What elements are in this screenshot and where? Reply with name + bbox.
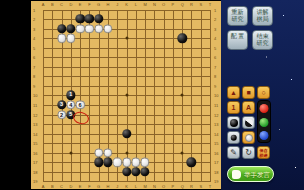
coord-label: 4 bbox=[33, 36, 35, 41]
coord-label: D bbox=[69, 184, 72, 189]
coord-label: 1 bbox=[214, 7, 216, 12]
go-board[interactable]: AABBCCDDEEFFGGHHJJKKLLMMNNOOPPQQRRSSTT11… bbox=[31, 1, 221, 189]
coord-label: S bbox=[199, 184, 202, 189]
coord-label: 4 bbox=[214, 36, 216, 41]
coord-label: 7 bbox=[33, 64, 35, 69]
raise-hand-label: 举手发言 bbox=[243, 167, 271, 181]
stone-black-Q4 bbox=[177, 33, 186, 42]
coord-label: D bbox=[69, 2, 72, 7]
coord-label: 16 bbox=[33, 150, 37, 155]
coord-label: 7 bbox=[214, 64, 216, 69]
move-number: 3 bbox=[57, 100, 66, 109]
grid-line-v bbox=[145, 10, 146, 183]
stone-black-K18 bbox=[122, 167, 131, 176]
stone-white-H3 bbox=[103, 24, 112, 33]
coord-label: 19 bbox=[214, 179, 218, 184]
stone-white-C12: 2 bbox=[57, 110, 66, 119]
stone-white-H16 bbox=[103, 148, 112, 157]
stone-white-D11: 4 bbox=[66, 100, 75, 109]
coord-label: J bbox=[116, 184, 118, 189]
coord-label: G bbox=[97, 2, 100, 7]
coord-label: R bbox=[190, 2, 193, 7]
move-number: 2 bbox=[58, 111, 65, 118]
stone-white-K17 bbox=[122, 158, 131, 167]
coord-label: 15 bbox=[214, 141, 218, 146]
refresh-button[interactable]: ↻ bbox=[242, 146, 255, 159]
end-study-button[interactable]: 结束研究 bbox=[252, 30, 273, 50]
stone-black-D10: 1 bbox=[66, 91, 75, 100]
coord-label: 2 bbox=[33, 17, 35, 22]
letter-marker-button[interactable]: A bbox=[242, 101, 255, 114]
coord-label: S bbox=[199, 2, 202, 7]
coord-label: F bbox=[88, 184, 90, 189]
star-point bbox=[125, 151, 128, 154]
coord-label: T bbox=[209, 2, 211, 7]
raise-hand-button[interactable]: 举手发言 bbox=[227, 166, 274, 182]
coord-label: 18 bbox=[214, 169, 218, 174]
green-light[interactable] bbox=[260, 118, 269, 127]
stone-black-L18 bbox=[131, 167, 140, 176]
stone-black-F2 bbox=[85, 14, 94, 23]
save-kifu-button[interactable]: 保存棋谱 bbox=[257, 146, 270, 159]
stone-white-F3 bbox=[85, 24, 94, 33]
black-stone-button[interactable] bbox=[227, 116, 240, 129]
coord-label: 3 bbox=[33, 26, 35, 31]
coord-label: H bbox=[107, 184, 110, 189]
coord-label: A bbox=[42, 184, 45, 189]
grid-line-v bbox=[210, 10, 211, 183]
coord-label: K bbox=[125, 2, 128, 7]
grid-line-v bbox=[191, 10, 192, 183]
coord-label: 17 bbox=[214, 160, 218, 165]
stone-black-H17 bbox=[103, 158, 112, 167]
grid-line-v bbox=[154, 10, 155, 183]
stone-white-J17 bbox=[113, 158, 122, 167]
coord-label: 2 bbox=[214, 17, 216, 22]
move-number: 6 bbox=[76, 101, 83, 108]
control-panel: 重新研究 讲解棋局 配 置 结束研究 ▲ ■ ○ 1 A ✎ ↻ 保存棋谱 举手… bbox=[221, 0, 304, 190]
coord-label: 12 bbox=[214, 112, 218, 117]
go-app-window: AABBCCDDEEFFGGHHJJKKLLMMNNOOPPQQRRSSTT11… bbox=[0, 0, 304, 190]
coord-label: 10 bbox=[214, 93, 218, 98]
star-point bbox=[181, 94, 184, 97]
stone-black-D3 bbox=[66, 24, 75, 33]
coord-label: T bbox=[209, 184, 211, 189]
coord-label: M bbox=[143, 184, 146, 189]
coord-label: 16 bbox=[214, 150, 218, 155]
coord-label: F bbox=[88, 2, 90, 7]
coord-label: 3 bbox=[214, 26, 216, 31]
coord-label: 5 bbox=[33, 45, 35, 50]
stone-black-G2 bbox=[94, 14, 103, 23]
coord-label: N bbox=[153, 2, 156, 7]
settings-button[interactable]: 配 置 bbox=[227, 30, 248, 50]
coord-label: 12 bbox=[33, 112, 37, 117]
stone-white-D4 bbox=[66, 33, 75, 42]
restudy-button[interactable]: 重新研究 bbox=[227, 6, 248, 26]
stone-white-E11: 6 bbox=[75, 100, 84, 109]
coord-label: M bbox=[143, 2, 146, 7]
alternate-stone-icon bbox=[245, 119, 253, 127]
stone-black-G17 bbox=[94, 158, 103, 167]
coord-label: K bbox=[125, 184, 128, 189]
coord-label: R bbox=[190, 184, 193, 189]
grid-line-v bbox=[136, 10, 137, 183]
grid-line-h bbox=[43, 181, 211, 182]
coord-label: C bbox=[60, 2, 63, 7]
coord-label: 10 bbox=[33, 93, 37, 98]
coord-label: 9 bbox=[214, 83, 216, 88]
coord-label: 17 bbox=[33, 160, 37, 165]
coord-label: E bbox=[79, 184, 82, 189]
coord-label: 11 bbox=[33, 103, 37, 108]
coord-label: P bbox=[172, 184, 175, 189]
coord-label: L bbox=[135, 184, 137, 189]
explain-game-button[interactable]: 讲解棋局 bbox=[252, 6, 273, 26]
coord-label: B bbox=[51, 2, 54, 7]
coord-label: 15 bbox=[33, 141, 37, 146]
coord-label: N bbox=[153, 184, 156, 189]
coord-label: E bbox=[79, 2, 82, 7]
stone-white-G3 bbox=[94, 24, 103, 33]
grid-line-v bbox=[173, 10, 174, 183]
stone-black-M18 bbox=[140, 167, 149, 176]
coord-label: O bbox=[162, 184, 165, 189]
star-point bbox=[69, 151, 72, 154]
stone-black-R17 bbox=[187, 158, 196, 167]
square-marker-button[interactable]: ■ bbox=[242, 86, 255, 99]
coord-label: 6 bbox=[214, 55, 216, 60]
star-point bbox=[125, 94, 128, 97]
coord-label: Q bbox=[181, 184, 184, 189]
grid-line-h bbox=[43, 143, 211, 144]
coord-label: P bbox=[172, 2, 175, 7]
black-stone-small-button[interactable] bbox=[227, 131, 240, 144]
move-number: 4 bbox=[67, 101, 74, 108]
blue-light[interactable] bbox=[260, 131, 269, 140]
coord-label: 5 bbox=[214, 45, 216, 50]
red-ellipse-annotation bbox=[72, 110, 90, 126]
coord-label: A bbox=[42, 2, 45, 7]
move-number: 1 bbox=[66, 91, 75, 100]
coord-label: G bbox=[97, 184, 100, 189]
hand-icon bbox=[232, 170, 241, 179]
coord-label: 8 bbox=[33, 74, 35, 79]
stone-white-M17 bbox=[140, 158, 149, 167]
star-point bbox=[125, 37, 128, 40]
triangle-marker-button[interactable]: ▲ bbox=[227, 86, 240, 99]
stone-black-K14 bbox=[122, 129, 131, 138]
star-point bbox=[181, 151, 184, 154]
coord-label: Q bbox=[181, 2, 184, 7]
alternate-stone-button[interactable] bbox=[242, 116, 255, 129]
grid-line-h bbox=[43, 124, 211, 125]
coord-label: 14 bbox=[214, 131, 218, 136]
stone-white-C4 bbox=[57, 33, 66, 42]
coord-label: 18 bbox=[33, 169, 37, 174]
stone-white-L17 bbox=[131, 158, 140, 167]
traffic-light bbox=[257, 100, 271, 143]
coord-label: 14 bbox=[33, 131, 37, 136]
white-stone-icon bbox=[245, 134, 253, 142]
coord-label: H bbox=[107, 2, 110, 7]
black-stone-icon bbox=[230, 119, 238, 127]
stone-white-G16 bbox=[94, 148, 103, 157]
coord-label: 9 bbox=[33, 83, 35, 88]
coord-label: 6 bbox=[33, 55, 35, 60]
coord-label: J bbox=[116, 2, 118, 7]
grid-line-v bbox=[201, 10, 202, 183]
coord-label: O bbox=[162, 2, 165, 7]
stone-black-C3 bbox=[57, 24, 66, 33]
red-light[interactable] bbox=[260, 104, 269, 113]
stone-black-C11: 3 bbox=[57, 100, 66, 109]
coord-label: 8 bbox=[214, 74, 216, 79]
coord-label: 19 bbox=[33, 179, 37, 184]
white-stone-button[interactable] bbox=[242, 131, 255, 144]
coord-label: B bbox=[51, 184, 54, 189]
coord-label: 11 bbox=[214, 103, 218, 108]
coord-label: C bbox=[60, 184, 63, 189]
grid-line-v bbox=[164, 10, 165, 183]
circle-marker-button[interactable]: ○ bbox=[257, 86, 270, 99]
coord-label: 1 bbox=[33, 7, 35, 12]
coord-label: 13 bbox=[214, 122, 218, 127]
black-stone-small-icon bbox=[230, 134, 237, 141]
coord-label: L bbox=[135, 2, 137, 7]
stone-white-E3 bbox=[75, 24, 84, 33]
coord-label: 13 bbox=[33, 122, 37, 127]
eraser-button[interactable]: ✎ bbox=[227, 146, 240, 159]
stone-black-E2 bbox=[75, 14, 84, 23]
number-marker-button[interactable]: 1 bbox=[227, 101, 240, 114]
